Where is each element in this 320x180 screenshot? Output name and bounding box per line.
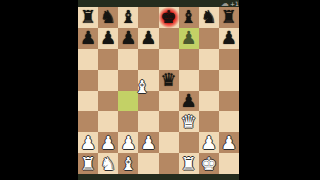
square-e2[interactable] — [159, 132, 179, 153]
square-c5[interactable] — [118, 70, 138, 91]
cloud-icon: ☁ — [221, 0, 229, 8]
square-d3[interactable] — [138, 111, 158, 132]
square-e4[interactable] — [159, 91, 179, 112]
square-c2[interactable]: ♟ — [118, 132, 138, 153]
white-pawn[interactable]: ♟ — [80, 133, 96, 153]
square-d7[interactable]: ♟ — [138, 28, 158, 49]
square-e6[interactable] — [159, 49, 179, 70]
square-d5[interactable] — [138, 70, 158, 91]
square-a5[interactable] — [78, 70, 98, 91]
square-g5[interactable] — [199, 70, 219, 91]
square-g3[interactable] — [199, 111, 219, 132]
chess-board[interactable]: ♜♞♝♚♝♞♜♟♟♟♟♟♟♛♟♛♟♟♟♟♟♟♜♞♝♜♚♝ — [78, 7, 239, 174]
square-g7[interactable] — [199, 28, 219, 49]
square-f1[interactable]: ♜ — [179, 153, 199, 174]
square-c3[interactable] — [118, 111, 138, 132]
square-g2[interactable]: ♟ — [199, 132, 219, 153]
square-e7[interactable] — [159, 28, 179, 49]
square-a2[interactable]: ♟ — [78, 132, 98, 153]
white-bishop[interactable]: ♝ — [120, 154, 136, 174]
square-b7[interactable]: ♟ — [98, 28, 118, 49]
square-h3[interactable] — [219, 111, 239, 132]
pillarbox-right — [239, 0, 320, 180]
square-b8[interactable]: ♞ — [98, 7, 118, 28]
square-g4[interactable] — [199, 91, 219, 112]
white-pawn[interactable]: ♟ — [100, 133, 116, 153]
white-queen[interactable]: ♛ — [181, 112, 197, 132]
black-rook[interactable]: ♜ — [221, 7, 237, 27]
square-a3[interactable] — [78, 111, 98, 132]
square-f7[interactable]: ♟ — [179, 28, 199, 49]
square-b6[interactable] — [98, 49, 118, 70]
square-a1[interactable]: ♜ — [78, 153, 98, 174]
pillarbox-left — [0, 0, 78, 180]
square-b2[interactable]: ♟ — [98, 132, 118, 153]
square-h7[interactable]: ♟ — [219, 28, 239, 49]
black-pawn[interactable]: ♟ — [120, 28, 136, 48]
black-pawn[interactable]: ♟ — [100, 28, 116, 48]
square-d1[interactable] — [138, 153, 158, 174]
square-d2[interactable]: ♟ — [138, 132, 158, 153]
video-frame: ♜♞♝♚♝♞♜♟♟♟♟♟♟♛♟♛♟♟♟♟♟♟♜♞♝♜♚♝ ☁ +1 — [0, 0, 320, 180]
white-knight[interactable]: ♞ — [100, 154, 116, 174]
square-c8[interactable]: ♝ — [118, 7, 138, 28]
white-rook[interactable]: ♜ — [181, 154, 197, 174]
overlay-badge: ☁ +1 — [221, 0, 239, 8]
white-pawn[interactable]: ♟ — [201, 133, 217, 153]
square-f8[interactable]: ♝ — [179, 7, 199, 28]
black-knight[interactable]: ♞ — [201, 7, 217, 27]
square-e8[interactable]: ♚ — [159, 7, 179, 28]
square-f6[interactable] — [179, 49, 199, 70]
black-bishop[interactable]: ♝ — [181, 7, 197, 27]
square-c7[interactable]: ♟ — [118, 28, 138, 49]
square-e5[interactable]: ♛ — [159, 70, 179, 91]
black-pawn[interactable]: ♟ — [221, 28, 237, 48]
black-pawn[interactable]: ♟ — [181, 91, 197, 111]
black-king[interactable]: ♚ — [160, 7, 176, 27]
square-f5[interactable] — [179, 70, 199, 91]
square-g8[interactable]: ♞ — [199, 7, 219, 28]
square-b3[interactable] — [98, 111, 118, 132]
square-a4[interactable] — [78, 91, 98, 112]
black-bishop[interactable]: ♝ — [120, 7, 136, 27]
square-c1[interactable]: ♝ — [118, 153, 138, 174]
overlay-count-label: +1 — [230, 1, 239, 7]
square-f2[interactable] — [179, 132, 199, 153]
board-column: ♜♞♝♚♝♞♜♟♟♟♟♟♟♛♟♛♟♟♟♟♟♟♜♞♝♜♚♝ — [78, 0, 239, 180]
white-pawn[interactable]: ♟ — [140, 133, 156, 153]
square-f3[interactable]: ♛ — [179, 111, 199, 132]
white-rook[interactable]: ♜ — [80, 154, 96, 174]
white-pawn[interactable]: ♟ — [221, 133, 237, 153]
white-king[interactable]: ♚ — [201, 154, 217, 174]
square-a8[interactable]: ♜ — [78, 7, 98, 28]
black-queen[interactable]: ♛ — [160, 70, 176, 90]
square-b4[interactable] — [98, 91, 118, 112]
square-h1[interactable] — [219, 153, 239, 174]
square-c6[interactable] — [118, 49, 138, 70]
square-g6[interactable] — [199, 49, 219, 70]
square-h6[interactable] — [219, 49, 239, 70]
black-knight[interactable]: ♞ — [100, 7, 116, 27]
square-d8[interactable] — [138, 7, 158, 28]
square-f4[interactable]: ♟ — [179, 91, 199, 112]
captured-pawn-ghost: ♟ — [181, 28, 197, 48]
black-pawn[interactable]: ♟ — [140, 28, 156, 48]
black-pawn[interactable]: ♟ — [80, 28, 96, 48]
square-g1[interactable]: ♚ — [199, 153, 219, 174]
white-pawn[interactable]: ♟ — [120, 133, 136, 153]
square-e1[interactable] — [159, 153, 179, 174]
square-h8[interactable]: ♜ — [219, 7, 239, 28]
square-e3[interactable] — [159, 111, 179, 132]
square-h5[interactable] — [219, 70, 239, 91]
square-h2[interactable]: ♟ — [219, 132, 239, 153]
square-h4[interactable] — [219, 91, 239, 112]
square-d6[interactable] — [138, 49, 158, 70]
square-b5[interactable] — [98, 70, 118, 91]
square-a6[interactable] — [78, 49, 98, 70]
square-a7[interactable]: ♟ — [78, 28, 98, 49]
square-b1[interactable]: ♞ — [98, 153, 118, 174]
square-d4[interactable] — [138, 91, 158, 112]
black-rook[interactable]: ♜ — [80, 7, 96, 27]
square-c4[interactable] — [118, 91, 138, 112]
